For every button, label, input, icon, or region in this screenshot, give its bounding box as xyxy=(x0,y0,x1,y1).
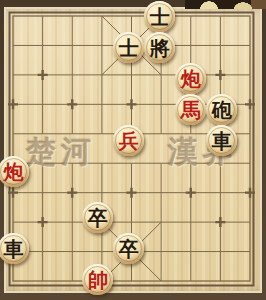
piece-red-soldier[interactable]: 兵 xyxy=(113,125,144,156)
piece-red-cannon[interactable]: 炮 xyxy=(175,63,206,94)
piece-black-advisor[interactable]: 士 xyxy=(113,32,144,63)
piece-glyph: 將 xyxy=(150,37,170,57)
piece-glyph: 兵 xyxy=(119,130,139,150)
piece-black-soldier[interactable]: 卒 xyxy=(113,233,144,264)
piece-glyph: 卒 xyxy=(119,238,139,258)
piece-red-general[interactable]: 帥 xyxy=(82,264,113,295)
piece-glyph: 帥 xyxy=(88,269,108,289)
piece-black-cannon[interactable]: 砲 xyxy=(206,94,237,125)
xiangqi-game-screen: 楚河 漢界 士士將炮馬砲兵車炮卒車卒帥 xyxy=(0,0,266,300)
piece-glyph: 士 xyxy=(150,6,170,26)
piece-glyph: 士 xyxy=(119,37,139,57)
piece-glyph: 馬 xyxy=(181,99,201,119)
piece-black-chariot[interactable]: 車 xyxy=(206,125,237,156)
piece-red-cannon[interactable]: 炮 xyxy=(0,156,29,187)
piece-glyph: 車 xyxy=(4,238,24,258)
piece-black-advisor[interactable]: 士 xyxy=(144,1,175,32)
piece-black-chariot[interactable]: 車 xyxy=(0,233,29,264)
pieces-layer: 士士將炮馬砲兵車炮卒車卒帥 xyxy=(0,1,264,295)
piece-glyph: 炮 xyxy=(181,68,201,88)
piece-red-horse[interactable]: 馬 xyxy=(175,94,206,125)
captured-tray-cutoff-decoration xyxy=(185,0,266,9)
piece-black-soldier[interactable]: 卒 xyxy=(82,202,113,233)
piece-glyph: 炮 xyxy=(4,161,24,181)
piece-glyph: 車 xyxy=(212,130,232,150)
piece-glyph: 砲 xyxy=(212,99,232,119)
piece-black-general[interactable]: 將 xyxy=(144,32,175,63)
piece-glyph: 卒 xyxy=(88,207,108,227)
